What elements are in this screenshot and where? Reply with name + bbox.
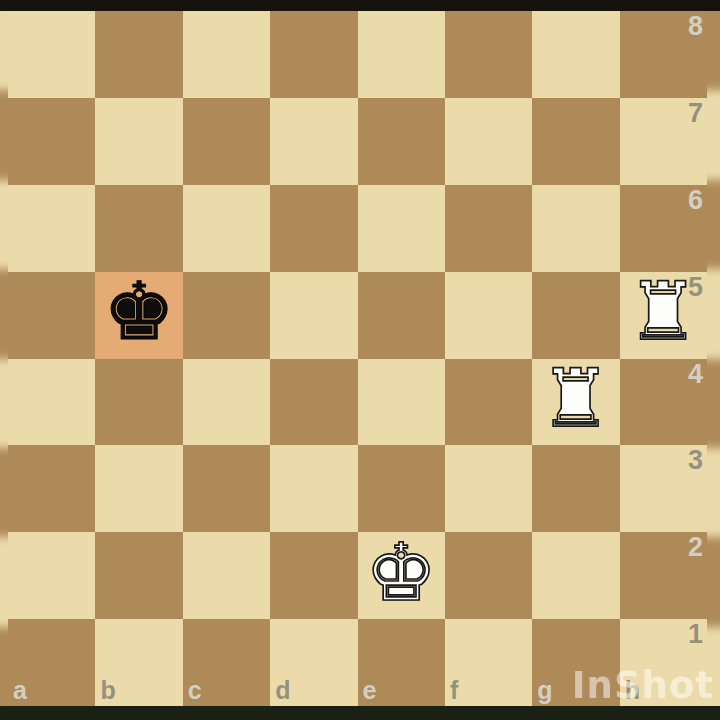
blur-band (707, 537, 720, 626)
top-letterbox-bar (0, 0, 720, 11)
blur-band (707, 11, 720, 90)
file-label-c: c (188, 678, 202, 703)
square-h6[interactable]: 6 (620, 185, 707, 272)
square-e2[interactable]: ♚ (358, 532, 445, 619)
square-h8[interactable]: 8 (620, 11, 707, 98)
square-e8[interactable] (358, 11, 445, 98)
square-f2[interactable] (445, 532, 532, 619)
square-e6[interactable] (358, 185, 445, 272)
blur-band (0, 448, 8, 537)
square-g5[interactable] (532, 272, 619, 359)
square-d4[interactable] (270, 359, 357, 446)
square-g4[interactable]: ♜ (532, 359, 619, 446)
square-a1[interactable]: a (8, 619, 95, 706)
square-c4[interactable] (183, 359, 270, 446)
piece-white-king[interactable]: ♚ (358, 529, 445, 616)
square-c7[interactable] (183, 98, 270, 185)
square-b7[interactable] (95, 98, 182, 185)
square-b4[interactable] (95, 359, 182, 446)
square-f4[interactable] (445, 359, 532, 446)
square-g8[interactable] (532, 11, 619, 98)
rank-label-4: 4 (688, 361, 703, 388)
board-row: 876♚5♜♜43♚2abcdefg1h (0, 11, 720, 706)
square-f5[interactable] (445, 272, 532, 359)
square-h3[interactable]: 3 (620, 445, 707, 532)
blur-band (707, 180, 720, 269)
bottom-letterbox-bar (0, 706, 720, 720)
piece-white-rook[interactable]: ♜ (620, 269, 707, 356)
chess-board: 876♚5♜♜43♚2abcdefg1h (8, 11, 707, 706)
square-d1[interactable]: d (270, 619, 357, 706)
square-c1[interactable]: c (183, 619, 270, 706)
square-f7[interactable] (445, 98, 532, 185)
right-blur-strip (707, 11, 720, 706)
square-c5[interactable] (183, 272, 270, 359)
square-g7[interactable] (532, 98, 619, 185)
blur-band (707, 448, 720, 537)
square-h2[interactable]: 2 (620, 532, 707, 619)
square-c3[interactable] (183, 445, 270, 532)
blur-band (0, 269, 8, 358)
left-blur-strip (0, 11, 8, 706)
file-label-e: e (363, 678, 377, 703)
square-a2[interactable] (8, 532, 95, 619)
square-e7[interactable] (358, 98, 445, 185)
square-b3[interactable] (95, 445, 182, 532)
square-c6[interactable] (183, 185, 270, 272)
square-g2[interactable] (532, 532, 619, 619)
rank-label-6: 6 (688, 187, 703, 214)
square-h7[interactable]: 7 (620, 98, 707, 185)
square-b1[interactable]: b (95, 619, 182, 706)
square-g6[interactable] (532, 185, 619, 272)
square-a3[interactable] (8, 445, 95, 532)
square-a5[interactable] (8, 272, 95, 359)
square-d8[interactable] (270, 11, 357, 98)
square-c2[interactable] (183, 532, 270, 619)
square-b6[interactable] (95, 185, 182, 272)
square-f3[interactable] (445, 445, 532, 532)
file-label-g: g (537, 678, 552, 703)
rank-label-1: 1 (688, 621, 703, 648)
video-frame: 876♚5♜♜43♚2abcdefg1h InShot (0, 0, 720, 720)
file-label-d: d (275, 678, 290, 703)
file-label-h: h (625, 678, 640, 703)
square-a7[interactable] (8, 98, 95, 185)
file-label-f: f (450, 678, 458, 703)
piece-white-rook[interactable]: ♜ (532, 356, 619, 443)
right-blur-strip-bands (707, 11, 720, 706)
blur-band (0, 627, 8, 706)
square-e5[interactable] (358, 272, 445, 359)
square-d7[interactable] (270, 98, 357, 185)
rank-label-8: 8 (688, 13, 703, 40)
square-b5[interactable]: ♚ (95, 272, 182, 359)
blur-band (0, 537, 8, 626)
file-label-b: b (100, 678, 115, 703)
rank-label-7: 7 (688, 100, 703, 127)
square-d5[interactable] (270, 272, 357, 359)
square-h4[interactable]: 4 (620, 359, 707, 446)
square-b8[interactable] (95, 11, 182, 98)
blur-band (707, 90, 720, 179)
square-g1[interactable]: g (532, 619, 619, 706)
square-c8[interactable] (183, 11, 270, 98)
square-a8[interactable] (8, 11, 95, 98)
square-a4[interactable] (8, 359, 95, 446)
square-e1[interactable]: e (358, 619, 445, 706)
square-h1[interactable]: 1h (620, 619, 707, 706)
square-d3[interactable] (270, 445, 357, 532)
left-blur-strip-bands (0, 11, 8, 706)
blur-band (707, 627, 720, 706)
file-label-a: a (13, 678, 27, 703)
piece-black-king[interactable]: ♚ (95, 269, 182, 356)
rank-label-3: 3 (688, 447, 703, 474)
blur-band (707, 269, 720, 358)
square-b2[interactable] (95, 532, 182, 619)
square-d2[interactable] (270, 532, 357, 619)
blur-band (707, 359, 720, 448)
square-f8[interactable] (445, 11, 532, 98)
square-g3[interactable] (532, 445, 619, 532)
square-e3[interactable] (358, 445, 445, 532)
blur-band (0, 90, 8, 179)
blur-band (0, 11, 8, 90)
square-f6[interactable] (445, 185, 532, 272)
blur-band (0, 180, 8, 269)
square-h5[interactable]: 5♜ (620, 272, 707, 359)
blur-band (0, 359, 8, 448)
square-f1[interactable]: f (445, 619, 532, 706)
square-e4[interactable] (358, 359, 445, 446)
square-a6[interactable] (8, 185, 95, 272)
rank-label-2: 2 (688, 534, 703, 561)
square-d6[interactable] (270, 185, 357, 272)
